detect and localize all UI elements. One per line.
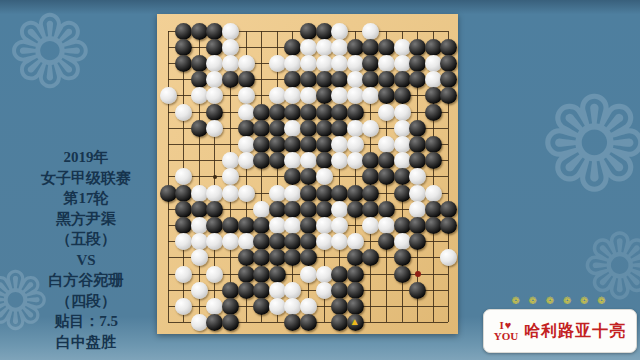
black-stone — [394, 266, 411, 283]
black-stone — [222, 217, 239, 234]
white-stone — [284, 87, 301, 104]
white-stone — [316, 233, 333, 250]
black-stone — [284, 233, 301, 250]
match-info-line: 2019年 — [12, 147, 160, 168]
white-stone — [394, 104, 411, 121]
black-stone — [331, 266, 348, 283]
white-stone — [269, 217, 286, 234]
black-stone — [284, 314, 301, 331]
white-stone — [284, 55, 301, 72]
black-stone — [300, 185, 317, 202]
white-stone — [191, 233, 208, 250]
black-stone — [253, 298, 270, 315]
black-stone — [316, 104, 333, 121]
black-stone — [394, 87, 411, 104]
black-stone — [206, 217, 223, 234]
white-stone — [284, 152, 301, 169]
logo-box: I♥ YOU 哈利路亚十亮 — [483, 309, 637, 353]
white-stone — [238, 104, 255, 121]
white-stone — [409, 185, 426, 202]
white-stone — [300, 39, 317, 56]
white-stone — [222, 233, 239, 250]
white-stone — [191, 185, 208, 202]
black-stone — [238, 120, 255, 137]
black-stone — [362, 185, 379, 202]
white-stone — [191, 217, 208, 234]
black-stone — [409, 217, 426, 234]
white-stone — [300, 266, 317, 283]
black-stone — [394, 168, 411, 185]
white-stone — [331, 23, 348, 40]
white-stone — [300, 298, 317, 315]
black-stone — [284, 168, 301, 185]
white-stone — [331, 233, 348, 250]
white-stone — [394, 136, 411, 153]
black-stone — [331, 314, 348, 331]
white-stone — [331, 136, 348, 153]
black-stone — [300, 23, 317, 40]
channel-logo: ❁ ❁ ❁ ❁ ❁ ❁ I♥ YOU 哈利路亚十亮 — [483, 295, 637, 353]
black-stone — [300, 136, 317, 153]
black-stone — [238, 249, 255, 266]
white-stone — [347, 71, 364, 88]
black-stone — [175, 39, 192, 56]
white-stone — [300, 87, 317, 104]
white-stone — [222, 152, 239, 169]
black-stone — [362, 39, 379, 56]
black-stone — [269, 104, 286, 121]
black-stone — [300, 120, 317, 137]
white-stone — [378, 217, 395, 234]
black-stone — [409, 282, 426, 299]
white-stone — [222, 185, 239, 202]
white-stone — [316, 39, 333, 56]
black-stone — [253, 233, 270, 250]
black-stone — [425, 136, 442, 153]
black-stone — [347, 249, 364, 266]
black-stone — [316, 185, 333, 202]
white-stone — [191, 87, 208, 104]
black-stone — [284, 249, 301, 266]
black-stone — [284, 104, 301, 121]
black-stone — [362, 71, 379, 88]
black-stone — [238, 71, 255, 88]
white-stone — [316, 282, 333, 299]
black-stone — [206, 39, 223, 56]
white-stone — [206, 87, 223, 104]
white-stone — [347, 152, 364, 169]
black-stone — [269, 136, 286, 153]
last-move-triangle-marker: ▲ — [350, 317, 360, 327]
black-stone — [362, 152, 379, 169]
black-stone — [191, 120, 208, 137]
white-stone — [378, 136, 395, 153]
black-stone — [440, 39, 457, 56]
white-stone — [347, 233, 364, 250]
black-stone — [238, 266, 255, 283]
white-stone — [331, 152, 348, 169]
match-info-line: 白方谷宛珊 — [12, 270, 160, 291]
white-stone — [347, 120, 364, 137]
flower-watermark-icon: ❁ — [540, 80, 640, 210]
white-stone — [331, 55, 348, 72]
white-stone — [175, 233, 192, 250]
black-stone — [362, 55, 379, 72]
black-stone — [347, 39, 364, 56]
black-stone — [425, 104, 442, 121]
white-stone — [206, 55, 223, 72]
black-stone — [269, 201, 286, 218]
black-stone — [347, 298, 364, 315]
black-stone — [300, 168, 317, 185]
video-frame: { "game": "go", "board": { "size": 19, "… — [0, 0, 640, 360]
white-stone — [331, 87, 348, 104]
flower-watermark-icon: ❁ — [8, 2, 92, 102]
white-stone — [425, 71, 442, 88]
black-stone — [378, 39, 395, 56]
match-info-block: 2019年女子甲级联赛第17轮黑方尹渠（五段）VS白方谷宛珊（四段）贴目：7.5… — [12, 147, 160, 352]
white-stone — [206, 185, 223, 202]
black-stone — [284, 39, 301, 56]
black-stone — [253, 217, 270, 234]
black-stone — [394, 249, 411, 266]
black-stone — [222, 282, 239, 299]
black-stone — [440, 71, 457, 88]
black-stone — [409, 152, 426, 169]
white-stone — [394, 120, 411, 137]
white-stone — [206, 298, 223, 315]
black-stone — [175, 201, 192, 218]
black-stone — [300, 104, 317, 121]
black-stone — [222, 71, 239, 88]
black-stone — [222, 298, 239, 315]
black-stone — [253, 152, 270, 169]
white-stone — [206, 233, 223, 250]
black-stone — [409, 233, 426, 250]
black-stone — [331, 104, 348, 121]
black-stone — [238, 282, 255, 299]
white-stone — [222, 23, 239, 40]
white-stone — [284, 282, 301, 299]
match-info-line: 白中盘胜 — [12, 332, 160, 353]
white-stone — [347, 136, 364, 153]
black-stone — [253, 282, 270, 299]
black-stone — [253, 136, 270, 153]
black-stone — [425, 87, 442, 104]
black-stone — [316, 120, 333, 137]
white-stone — [331, 201, 348, 218]
white-stone — [331, 217, 348, 234]
white-stone — [409, 201, 426, 218]
black-stone — [316, 152, 333, 169]
black-stone — [300, 249, 317, 266]
black-stone — [331, 71, 348, 88]
white-stone — [362, 217, 379, 234]
black-stone — [300, 217, 317, 234]
white-stone — [238, 185, 255, 202]
black-stone — [347, 266, 364, 283]
black-stone — [394, 71, 411, 88]
white-stone — [238, 152, 255, 169]
black-stone — [425, 39, 442, 56]
black-stone — [394, 217, 411, 234]
black-stone — [191, 55, 208, 72]
black-stone — [253, 266, 270, 283]
white-stone — [206, 71, 223, 88]
black-stone — [175, 23, 192, 40]
white-stone — [347, 55, 364, 72]
white-stone — [238, 87, 255, 104]
match-info-line: 黑方尹渠 — [12, 209, 160, 230]
black-stone — [269, 249, 286, 266]
white-stone — [269, 298, 286, 315]
black-stone — [409, 71, 426, 88]
black-stone — [269, 266, 286, 283]
white-stone — [284, 298, 301, 315]
black-stone — [378, 152, 395, 169]
black-stone — [362, 201, 379, 218]
black-stone — [331, 120, 348, 137]
black-stone — [425, 217, 442, 234]
white-stone — [175, 266, 192, 283]
white-stone — [316, 266, 333, 283]
black-stone — [206, 104, 223, 121]
match-info-line: 贴目：7.5 — [12, 311, 160, 332]
black-stone — [284, 136, 301, 153]
black-stone — [331, 185, 348, 202]
black-stone — [409, 136, 426, 153]
match-info-line: 女子甲级联赛 — [12, 168, 160, 189]
white-stone — [394, 55, 411, 72]
white-stone — [300, 55, 317, 72]
black-stone — [362, 249, 379, 266]
match-info-line: 第17轮 — [12, 188, 160, 209]
white-stone — [316, 217, 333, 234]
black-stone — [191, 71, 208, 88]
black-stone — [409, 39, 426, 56]
black-stone — [425, 201, 442, 218]
black-stone — [191, 201, 208, 218]
black-stone — [222, 314, 239, 331]
white-stone — [316, 168, 333, 185]
black-stone — [191, 23, 208, 40]
white-stone — [378, 104, 395, 121]
white-stone — [409, 168, 426, 185]
white-stone — [284, 120, 301, 137]
black-stone — [284, 71, 301, 88]
logo-decoration-icons: ❁ ❁ ❁ ❁ ❁ ❁ — [483, 295, 637, 307]
black-stone — [331, 298, 348, 315]
black-stone — [316, 136, 333, 153]
black-stone — [300, 71, 317, 88]
black-stone — [378, 168, 395, 185]
black-stone — [440, 217, 457, 234]
match-info-line: （四段） — [12, 291, 160, 312]
black-stone — [160, 185, 177, 202]
black-stone — [347, 282, 364, 299]
white-stone — [362, 120, 379, 137]
grid-line — [168, 290, 449, 291]
black-stone — [300, 201, 317, 218]
white-stone — [425, 185, 442, 202]
white-stone — [269, 55, 286, 72]
white-stone — [175, 298, 192, 315]
white-stone — [440, 249, 457, 266]
black-stone — [347, 104, 364, 121]
black-stone — [378, 233, 395, 250]
black-stone — [269, 233, 286, 250]
black-stone — [269, 120, 286, 137]
black-stone — [175, 185, 192, 202]
black-stone — [440, 55, 457, 72]
white-stone — [284, 185, 301, 202]
black-stone — [269, 152, 286, 169]
black-stone — [175, 217, 192, 234]
white-stone — [206, 120, 223, 137]
white-stone — [238, 55, 255, 72]
white-stone — [378, 55, 395, 72]
white-stone — [269, 282, 286, 299]
white-stone — [394, 39, 411, 56]
black-stone — [409, 55, 426, 72]
white-stone — [175, 104, 192, 121]
black-stone — [206, 314, 223, 331]
black-stone — [316, 71, 333, 88]
white-stone — [222, 39, 239, 56]
white-stone — [238, 136, 255, 153]
star-point — [213, 175, 217, 179]
logo-chinese-text: 哈利路亚十亮 — [524, 321, 626, 342]
white-stone — [222, 55, 239, 72]
black-stone — [440, 201, 457, 218]
white-stone — [238, 233, 255, 250]
black-stone — [316, 201, 333, 218]
logo-i-love-you: I♥ YOU — [494, 320, 518, 342]
black-stone — [347, 185, 364, 202]
black-stone — [206, 201, 223, 218]
white-stone — [394, 233, 411, 250]
black-stone — [440, 87, 457, 104]
black-stone — [253, 249, 270, 266]
black-stone — [331, 282, 348, 299]
white-stone — [394, 152, 411, 169]
white-stone — [160, 87, 177, 104]
white-stone — [316, 55, 333, 72]
white-stone — [347, 87, 364, 104]
black-stone — [300, 314, 317, 331]
white-stone — [269, 185, 286, 202]
logo-you-label: YOU — [494, 331, 518, 342]
white-stone — [331, 39, 348, 56]
black-stone — [409, 120, 426, 137]
black-stone — [378, 87, 395, 104]
black-stone — [316, 87, 333, 104]
match-info-line: VS — [12, 250, 160, 271]
white-stone — [191, 314, 208, 331]
black-stone — [425, 152, 442, 169]
black-stone — [206, 23, 223, 40]
white-stone — [269, 87, 286, 104]
black-stone — [175, 55, 192, 72]
black-stone — [394, 185, 411, 202]
black-stone — [362, 168, 379, 185]
white-stone — [191, 249, 208, 266]
white-stone — [253, 201, 270, 218]
white-stone — [425, 55, 442, 72]
black-stone — [378, 201, 395, 218]
go-board: ▲ — [157, 14, 458, 334]
white-stone — [284, 217, 301, 234]
white-stone — [300, 152, 317, 169]
last-move-dot-marker — [415, 271, 421, 277]
match-info-line: （五段） — [12, 229, 160, 250]
white-stone — [206, 266, 223, 283]
black-stone — [300, 233, 317, 250]
black-stone — [316, 23, 333, 40]
white-stone — [362, 23, 379, 40]
black-stone — [253, 120, 270, 137]
white-stone — [175, 168, 192, 185]
white-stone — [191, 282, 208, 299]
black-stone — [284, 201, 301, 218]
white-stone — [222, 168, 239, 185]
black-stone — [347, 201, 364, 218]
black-stone — [238, 217, 255, 234]
white-stone — [362, 87, 379, 104]
black-stone — [253, 104, 270, 121]
black-stone — [378, 71, 395, 88]
